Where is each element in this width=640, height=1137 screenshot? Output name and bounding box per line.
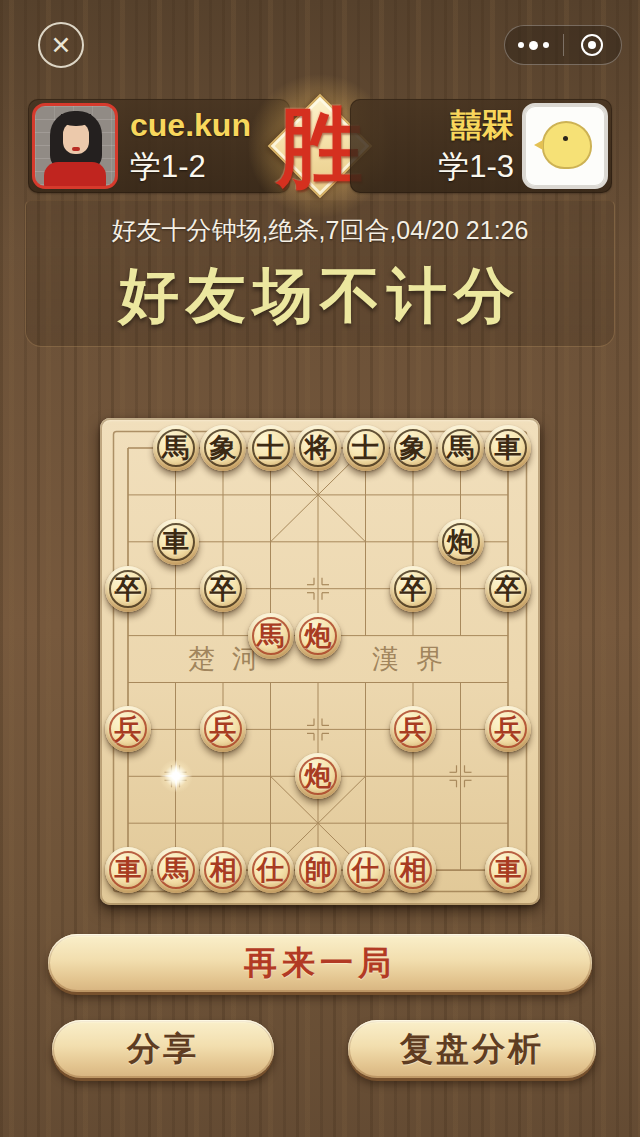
exit-circle-button[interactable] bbox=[564, 26, 622, 64]
xiangqi-piece-black-馬[interactable]: 馬 bbox=[153, 425, 199, 471]
page-title: 好友场不计分 bbox=[26, 256, 614, 337]
right-player-level: 学1-3 bbox=[438, 148, 514, 186]
piece-character: 将 bbox=[295, 425, 341, 471]
left-player-name: cue.kun bbox=[130, 106, 251, 144]
xiangqi-piece-black-卒[interactable]: 卒 bbox=[105, 566, 151, 612]
player-plate-right: 囍槑 学1-3 bbox=[350, 99, 612, 193]
xiangqi-piece-red-兵[interactable]: 兵 bbox=[390, 706, 436, 752]
chick-beak bbox=[534, 140, 543, 150]
piece-character: 兵 bbox=[105, 706, 151, 752]
piece-character: 兵 bbox=[390, 706, 436, 752]
piece-character: 馬 bbox=[153, 847, 199, 893]
more-dots-icon bbox=[518, 41, 549, 50]
xiangqi-piece-black-将[interactable]: 将 bbox=[295, 425, 341, 471]
chick-body bbox=[542, 121, 592, 169]
xiangqi-piece-black-卒[interactable]: 卒 bbox=[485, 566, 531, 612]
xiangqi-piece-red-兵[interactable]: 兵 bbox=[105, 706, 151, 752]
xiangqi-piece-red-兵[interactable]: 兵 bbox=[200, 706, 246, 752]
last-move-sparkle-icon bbox=[159, 759, 193, 793]
rematch-button[interactable]: 再来一局 bbox=[48, 934, 592, 992]
right-player-avatar[interactable] bbox=[522, 103, 608, 189]
piece-character: 象 bbox=[390, 425, 436, 471]
xiangqi-piece-red-相[interactable]: 相 bbox=[390, 847, 436, 893]
match-summary: 好友十分钟场,绝杀,7回合,04/20 21:26 bbox=[26, 214, 614, 247]
avatar-lips bbox=[72, 147, 80, 151]
piece-character: 車 bbox=[485, 425, 531, 471]
piece-character: 卒 bbox=[485, 566, 531, 612]
record-circle-icon bbox=[581, 34, 603, 56]
piece-character: 炮 bbox=[438, 519, 484, 565]
xiangqi-piece-black-炮[interactable]: 炮 bbox=[438, 519, 484, 565]
xiangqi-piece-black-馬[interactable]: 馬 bbox=[438, 425, 484, 471]
piece-character: 士 bbox=[248, 425, 294, 471]
piece-character: 炮 bbox=[295, 753, 341, 799]
piece-character: 仕 bbox=[248, 847, 294, 893]
xiangqi-board[interactable]: 楚河 漢界 馬象士将士象馬車車炮卒卒卒卒馬炮兵兵兵兵炮車馬相仕帥仕相車 bbox=[100, 418, 540, 905]
xiangqi-piece-red-炮[interactable]: 炮 bbox=[295, 753, 341, 799]
xiangqi-piece-red-兵[interactable]: 兵 bbox=[485, 706, 531, 752]
piece-character: 馬 bbox=[153, 425, 199, 471]
piece-character: 相 bbox=[390, 847, 436, 893]
piece-character: 車 bbox=[105, 847, 151, 893]
avatar-jacket bbox=[44, 162, 106, 188]
close-button[interactable]: ✕ bbox=[38, 22, 84, 68]
xiangqi-piece-black-士[interactable]: 士 bbox=[343, 425, 389, 471]
xiangqi-piece-black-車[interactable]: 車 bbox=[153, 519, 199, 565]
chick-eye bbox=[563, 136, 568, 141]
left-player-level: 学1-2 bbox=[130, 148, 251, 186]
close-icon: ✕ bbox=[51, 33, 72, 58]
miniprogram-capsule bbox=[504, 25, 622, 65]
xiangqi-piece-red-馬[interactable]: 馬 bbox=[248, 613, 294, 659]
xiangqi-piece-red-相[interactable]: 相 bbox=[200, 847, 246, 893]
left-player-avatar[interactable] bbox=[32, 103, 118, 189]
river-label-right: 漢界 bbox=[372, 641, 460, 677]
piece-character: 卒 bbox=[105, 566, 151, 612]
xiangqi-piece-black-象[interactable]: 象 bbox=[200, 425, 246, 471]
piece-character: 兵 bbox=[200, 706, 246, 752]
piece-character: 象 bbox=[200, 425, 246, 471]
xiangqi-piece-red-仕[interactable]: 仕 bbox=[343, 847, 389, 893]
avatar-bangs bbox=[61, 114, 91, 126]
piece-character: 馬 bbox=[248, 613, 294, 659]
xiangqi-piece-red-車[interactable]: 車 bbox=[105, 847, 151, 893]
piece-character: 車 bbox=[153, 519, 199, 565]
piece-character: 仕 bbox=[343, 847, 389, 893]
board-grid bbox=[100, 418, 540, 905]
piece-character: 馬 bbox=[438, 425, 484, 471]
xiangqi-piece-black-士[interactable]: 士 bbox=[248, 425, 294, 471]
xiangqi-piece-black-車[interactable]: 車 bbox=[485, 425, 531, 471]
right-player-name: 囍槑 bbox=[438, 106, 514, 144]
piece-character: 帥 bbox=[295, 847, 341, 893]
xiangqi-piece-red-馬[interactable]: 馬 bbox=[153, 847, 199, 893]
piece-character: 卒 bbox=[200, 566, 246, 612]
xiangqi-piece-black-卒[interactable]: 卒 bbox=[390, 566, 436, 612]
game-result-screen: ✕ cue.kun 学1-2 胜 囍槑 bbox=[0, 0, 640, 1137]
xiangqi-piece-red-車[interactable]: 車 bbox=[485, 847, 531, 893]
match-info-panel: 好友十分钟场,绝杀,7回合,04/20 21:26 好友场不计分 bbox=[25, 200, 615, 347]
xiangqi-piece-black-象[interactable]: 象 bbox=[390, 425, 436, 471]
piece-character: 車 bbox=[485, 847, 531, 893]
piece-character: 相 bbox=[200, 847, 246, 893]
piece-character: 卒 bbox=[390, 566, 436, 612]
share-button[interactable]: 分享 bbox=[52, 1020, 274, 1078]
more-menu-button[interactable] bbox=[505, 26, 563, 64]
xiangqi-piece-red-炮[interactable]: 炮 bbox=[295, 613, 341, 659]
xiangqi-piece-red-帥[interactable]: 帥 bbox=[295, 847, 341, 893]
piece-character: 兵 bbox=[485, 706, 531, 752]
review-analysis-button[interactable]: 复盘分析 bbox=[348, 1020, 596, 1078]
piece-character: 士 bbox=[343, 425, 389, 471]
xiangqi-piece-black-卒[interactable]: 卒 bbox=[200, 566, 246, 612]
xiangqi-piece-red-仕[interactable]: 仕 bbox=[248, 847, 294, 893]
piece-character: 炮 bbox=[295, 613, 341, 659]
